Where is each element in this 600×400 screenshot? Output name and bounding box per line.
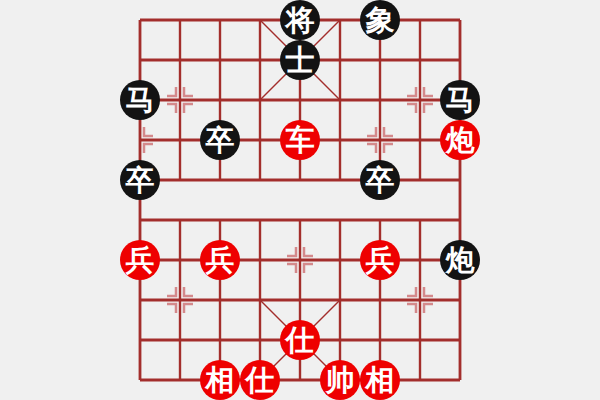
piece-black-cannon[interactable]: 炮 (440, 240, 480, 280)
piece-red-soldier[interactable]: 兵 (360, 240, 400, 280)
piece-black-horse[interactable]: 马 (440, 80, 480, 120)
piece-black-general[interactable]: 将 (280, 0, 320, 40)
piece-red-general[interactable]: 帅 (320, 360, 360, 400)
xiangqi-app: 将象士马马卒车炮卒卒兵兵兵炮仕相仕帅相 (0, 0, 600, 400)
piece-black-soldier[interactable]: 卒 (200, 120, 240, 160)
piece-red-advisor[interactable]: 仕 (240, 360, 280, 400)
piece-red-cannon[interactable]: 炮 (440, 120, 480, 160)
piece-red-soldier[interactable]: 兵 (120, 240, 160, 280)
piece-black-horse[interactable]: 马 (120, 80, 160, 120)
piece-black-elephant[interactable]: 象 (360, 0, 400, 40)
piece-black-soldier[interactable]: 卒 (120, 160, 160, 200)
piece-red-elephant[interactable]: 相 (360, 360, 400, 400)
pieces-layer: 将象士马马卒车炮卒卒兵兵兵炮仕相仕帅相 (0, 0, 600, 400)
piece-red-soldier[interactable]: 兵 (200, 240, 240, 280)
piece-black-soldier[interactable]: 卒 (360, 160, 400, 200)
piece-red-chariot[interactable]: 车 (280, 120, 320, 160)
piece-red-advisor[interactable]: 仕 (280, 320, 320, 360)
piece-black-advisor[interactable]: 士 (280, 40, 320, 80)
piece-red-elephant[interactable]: 相 (200, 360, 240, 400)
